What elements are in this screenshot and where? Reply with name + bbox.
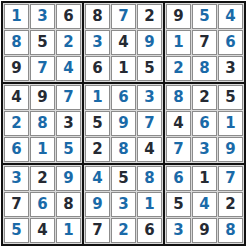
cell-r2c7[interactable]: 1 [166,30,191,55]
sudoku-box-6: 825461739 [165,84,244,163]
cell-r2c8[interactable]: 7 [192,30,217,55]
cell-r1c3[interactable]: 6 [56,4,81,29]
cell-r8c9[interactable]: 2 [218,192,243,217]
cell-r4c9[interactable]: 5 [218,85,243,110]
cell-r8c7[interactable]: 5 [166,192,191,217]
cell-r9c6[interactable]: 6 [137,218,162,243]
cell-r6c7[interactable]: 7 [166,137,191,162]
cell-r4c5[interactable]: 6 [111,85,136,110]
cell-r1c2[interactable]: 3 [30,4,55,29]
cell-r2c9[interactable]: 6 [218,30,243,55]
cell-r7c1[interactable]: 3 [4,166,29,191]
cell-r6c6[interactable]: 4 [137,137,162,162]
cell-r3c6[interactable]: 5 [137,56,162,81]
cell-r5c1[interactable]: 2 [4,111,29,136]
cell-r4c3[interactable]: 7 [56,85,81,110]
cell-r2c2[interactable]: 5 [30,30,55,55]
cell-r3c5[interactable]: 1 [111,56,136,81]
cell-r6c8[interactable]: 3 [192,137,217,162]
cell-r8c2[interactable]: 6 [30,192,55,217]
cell-r4c4[interactable]: 1 [85,85,110,110]
cell-r9c7[interactable]: 3 [166,218,191,243]
cell-r1c5[interactable]: 7 [111,4,136,29]
sudoku-box-9: 617542398 [165,165,244,244]
sudoku-board-wrapper: 1368529748723496159541762834972836151635… [0,0,247,247]
cell-r2c3[interactable]: 2 [56,30,81,55]
cell-r2c6[interactable]: 9 [137,30,162,55]
cell-r4c7[interactable]: 8 [166,85,191,110]
cell-r2c1[interactable]: 8 [4,30,29,55]
sudoku-box-5: 163597284 [84,84,163,163]
cell-r7c5[interactable]: 5 [111,166,136,191]
cell-r6c5[interactable]: 8 [111,137,136,162]
cell-r7c8[interactable]: 1 [192,166,217,191]
cell-r5c2[interactable]: 8 [30,111,55,136]
cell-r9c9[interactable]: 8 [218,218,243,243]
cell-r4c1[interactable]: 4 [4,85,29,110]
cell-r3c7[interactable]: 2 [166,56,191,81]
cell-r9c3[interactable]: 1 [56,218,81,243]
cell-r1c1[interactable]: 1 [4,4,29,29]
cell-r7c7[interactable]: 6 [166,166,191,191]
cell-r6c4[interactable]: 2 [85,137,110,162]
cell-r9c2[interactable]: 4 [30,218,55,243]
cell-r5c4[interactable]: 5 [85,111,110,136]
cell-r3c9[interactable]: 3 [218,56,243,81]
sudoku-box-3: 954176283 [165,3,244,82]
cell-r8c4[interactable]: 9 [85,192,110,217]
cell-r3c2[interactable]: 7 [30,56,55,81]
cell-r1c9[interactable]: 4 [218,4,243,29]
cell-r1c6[interactable]: 2 [137,4,162,29]
cell-r7c6[interactable]: 8 [137,166,162,191]
cell-r8c8[interactable]: 4 [192,192,217,217]
cell-r3c1[interactable]: 9 [4,56,29,81]
cell-r5c6[interactable]: 7 [137,111,162,136]
cell-r3c8[interactable]: 8 [192,56,217,81]
cell-r4c6[interactable]: 3 [137,85,162,110]
cell-r1c8[interactable]: 5 [192,4,217,29]
cell-r7c2[interactable]: 2 [30,166,55,191]
cell-r3c4[interactable]: 6 [85,56,110,81]
cell-r9c8[interactable]: 9 [192,218,217,243]
cell-r5c9[interactable]: 1 [218,111,243,136]
cell-r4c2[interactable]: 9 [30,85,55,110]
cell-r9c5[interactable]: 2 [111,218,136,243]
cell-r8c5[interactable]: 3 [111,192,136,217]
sudoku-box-4: 497283615 [3,84,82,163]
cell-r1c4[interactable]: 8 [85,4,110,29]
cell-r6c3[interactable]: 5 [56,137,81,162]
sudoku-box-2: 872349615 [84,3,163,82]
sudoku-box-8: 458931726 [84,165,163,244]
cell-r8c1[interactable]: 7 [4,192,29,217]
sudoku-board: 1368529748723496159541762834972836151635… [1,1,246,246]
sudoku-box-1: 136852974 [3,3,82,82]
sudoku-box-7: 329768541 [3,165,82,244]
cell-r7c9[interactable]: 7 [218,166,243,191]
cell-r7c3[interactable]: 9 [56,166,81,191]
cell-r3c3[interactable]: 4 [56,56,81,81]
cell-r2c5[interactable]: 4 [111,30,136,55]
cell-r9c4[interactable]: 7 [85,218,110,243]
cell-r5c8[interactable]: 6 [192,111,217,136]
cell-r6c9[interactable]: 9 [218,137,243,162]
cell-r8c6[interactable]: 1 [137,192,162,217]
cell-r4c8[interactable]: 2 [192,85,217,110]
cell-r8c3[interactable]: 8 [56,192,81,217]
cell-r1c7[interactable]: 9 [166,4,191,29]
cell-r7c4[interactable]: 4 [85,166,110,191]
cell-r6c2[interactable]: 1 [30,137,55,162]
cell-r9c1[interactable]: 5 [4,218,29,243]
cell-r5c7[interactable]: 4 [166,111,191,136]
cell-r6c1[interactable]: 6 [4,137,29,162]
cell-r2c4[interactable]: 3 [85,30,110,55]
cell-r5c3[interactable]: 3 [56,111,81,136]
cell-r5c5[interactable]: 9 [111,111,136,136]
